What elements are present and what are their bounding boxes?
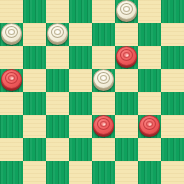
square-a7[interactable] — [0, 23, 23, 46]
square-f6[interactable] — [115, 46, 138, 69]
square-c4 — [46, 92, 69, 115]
square-a8 — [0, 0, 23, 23]
square-a5[interactable] — [0, 69, 23, 92]
white-checker-piece[interactable] — [93, 70, 114, 91]
square-d8[interactable] — [69, 0, 92, 23]
square-g3[interactable] — [138, 115, 161, 138]
square-c5[interactable] — [46, 69, 69, 92]
square-d5 — [69, 69, 92, 92]
square-g2 — [138, 138, 161, 161]
square-h4[interactable] — [161, 92, 184, 115]
square-a1[interactable] — [0, 161, 23, 184]
square-f8[interactable] — [115, 0, 138, 23]
square-f2[interactable] — [115, 138, 138, 161]
square-h1 — [161, 161, 184, 184]
square-b3 — [23, 115, 46, 138]
square-d7 — [69, 23, 92, 46]
square-h7 — [161, 23, 184, 46]
square-h8[interactable] — [161, 0, 184, 23]
piece-inner-ring-highlight — [100, 121, 107, 127]
square-f1 — [115, 161, 138, 184]
square-g4 — [138, 92, 161, 115]
white-checker-piece[interactable] — [116, 1, 137, 22]
square-e8 — [92, 0, 115, 23]
square-d6[interactable] — [69, 46, 92, 69]
piece-top-face — [93, 69, 114, 89]
square-b7 — [23, 23, 46, 46]
square-d3 — [69, 115, 92, 138]
square-c3[interactable] — [46, 115, 69, 138]
square-e6 — [92, 46, 115, 69]
square-g6 — [138, 46, 161, 69]
square-h5 — [161, 69, 184, 92]
square-f7 — [115, 23, 138, 46]
white-checker-piece[interactable] — [47, 24, 68, 45]
piece-inner-ring-highlight — [8, 75, 15, 81]
square-d1 — [69, 161, 92, 184]
piece-inner-ring-highlight — [146, 121, 153, 127]
square-h3 — [161, 115, 184, 138]
piece-top-face — [47, 23, 68, 43]
square-d2[interactable] — [69, 138, 92, 161]
square-e5[interactable] — [92, 69, 115, 92]
square-c2 — [46, 138, 69, 161]
piece-top-face — [93, 115, 114, 135]
square-e3[interactable] — [92, 115, 115, 138]
red-checker-piece[interactable] — [93, 116, 114, 137]
red-checker-piece[interactable] — [139, 116, 160, 137]
white-checker-piece[interactable] — [1, 24, 22, 45]
square-e4 — [92, 92, 115, 115]
piece-top-face — [116, 0, 137, 20]
square-g8 — [138, 0, 161, 23]
square-g7[interactable] — [138, 23, 161, 46]
square-b2[interactable] — [23, 138, 46, 161]
piece-top-face — [1, 23, 22, 43]
square-b8[interactable] — [23, 0, 46, 23]
square-g5[interactable] — [138, 69, 161, 92]
square-f4[interactable] — [115, 92, 138, 115]
piece-inner-ring-highlight — [123, 6, 130, 12]
piece-inner-ring-highlight — [123, 52, 130, 58]
square-b6[interactable] — [23, 46, 46, 69]
red-checker-piece[interactable] — [116, 47, 137, 68]
piece-top-face — [1, 69, 22, 89]
square-e2 — [92, 138, 115, 161]
square-b1 — [23, 161, 46, 184]
square-c8 — [46, 0, 69, 23]
square-f3 — [115, 115, 138, 138]
piece-inner-ring-highlight — [100, 75, 107, 81]
square-c1[interactable] — [46, 161, 69, 184]
square-e7[interactable] — [92, 23, 115, 46]
square-e1[interactable] — [92, 161, 115, 184]
piece-top-face — [116, 46, 137, 66]
checkers-board — [0, 0, 184, 184]
square-g1[interactable] — [138, 161, 161, 184]
square-a6 — [0, 46, 23, 69]
square-c6 — [46, 46, 69, 69]
square-h6[interactable] — [161, 46, 184, 69]
square-a4 — [0, 92, 23, 115]
square-a3[interactable] — [0, 115, 23, 138]
square-c7[interactable] — [46, 23, 69, 46]
square-b5 — [23, 69, 46, 92]
red-checker-piece[interactable] — [1, 70, 22, 91]
square-h2[interactable] — [161, 138, 184, 161]
piece-top-face — [139, 115, 160, 135]
piece-inner-ring-highlight — [54, 29, 61, 35]
square-f5 — [115, 69, 138, 92]
square-b4[interactable] — [23, 92, 46, 115]
piece-inner-ring-highlight — [8, 29, 15, 35]
square-d4[interactable] — [69, 92, 92, 115]
square-a2 — [0, 138, 23, 161]
